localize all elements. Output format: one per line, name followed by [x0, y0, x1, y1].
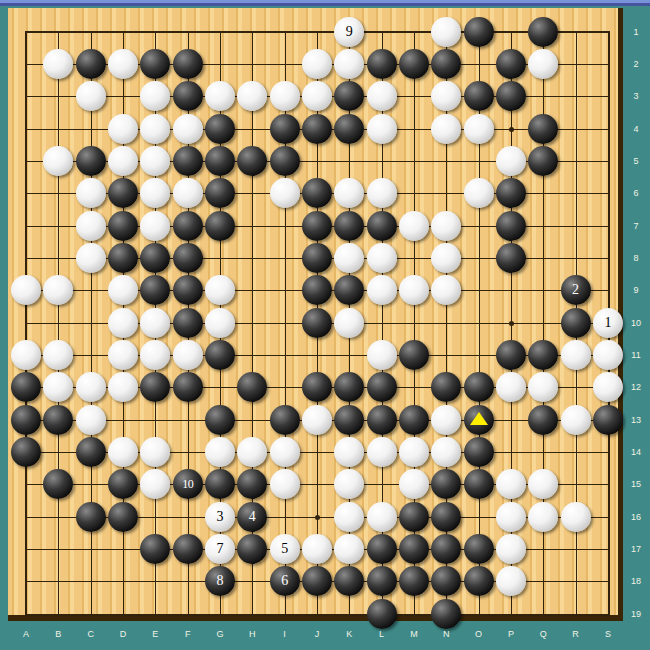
move-number-label: 6: [281, 574, 288, 588]
stone-J6[interactable]: [302, 178, 332, 208]
stone-S12[interactable]: [593, 372, 623, 402]
row-label-15: 15: [628, 480, 644, 489]
stone-P6[interactable]: [496, 178, 526, 208]
stone-R13[interactable]: [561, 405, 591, 435]
stone-P11[interactable]: [496, 340, 526, 370]
stone-J4[interactable]: [302, 114, 332, 144]
stone-M7[interactable]: [399, 211, 429, 241]
col-label-F: F: [182, 630, 194, 639]
stone-N17[interactable]: [431, 534, 461, 564]
go-board[interactable]: 92110347586: [8, 8, 623, 621]
row-label-16: 16: [628, 513, 644, 522]
stone-D8[interactable]: [108, 243, 138, 273]
stone-F6[interactable]: [173, 178, 203, 208]
stone-G14[interactable]: [205, 437, 235, 467]
stone-F7[interactable]: [173, 211, 203, 241]
stone-L13[interactable]: [367, 405, 397, 435]
move-number-label: 5: [281, 542, 288, 556]
row-label-1: 1: [628, 28, 644, 37]
stone-N15[interactable]: [431, 469, 461, 499]
grid-vline: [58, 32, 59, 615]
stone-E8[interactable]: [140, 243, 170, 273]
triangle-marker-icon: [470, 412, 488, 425]
stone-O4[interactable]: [464, 114, 494, 144]
stone-M15[interactable]: [399, 469, 429, 499]
stone-M11[interactable]: [399, 340, 429, 370]
stone-L12[interactable]: [367, 372, 397, 402]
stone-N13[interactable]: [431, 405, 461, 435]
stone-O14[interactable]: [464, 437, 494, 467]
stone-Q4[interactable]: [528, 114, 558, 144]
stone-H5[interactable]: [237, 146, 267, 176]
stone-R16[interactable]: [561, 502, 591, 532]
col-label-H: H: [246, 630, 258, 639]
stone-F15[interactable]: 10: [173, 469, 203, 499]
col-label-M: M: [408, 630, 420, 639]
stone-O3[interactable]: [464, 81, 494, 111]
stone-K13[interactable]: [334, 405, 364, 435]
stone-D11[interactable]: [108, 340, 138, 370]
stone-P8[interactable]: [496, 243, 526, 273]
stone-B11[interactable]: [43, 340, 73, 370]
stone-I13[interactable]: [270, 405, 300, 435]
stone-L4[interactable]: [367, 114, 397, 144]
stone-A11[interactable]: [11, 340, 41, 370]
stone-D10[interactable]: [108, 308, 138, 338]
stone-B5[interactable]: [43, 146, 73, 176]
stone-N3[interactable]: [431, 81, 461, 111]
col-label-K: K: [343, 630, 355, 639]
move-number-label: 1: [604, 316, 611, 330]
stone-O6[interactable]: [464, 178, 494, 208]
stone-P16[interactable]: [496, 502, 526, 532]
stone-A12[interactable]: [11, 372, 41, 402]
stone-D5[interactable]: [108, 146, 138, 176]
move-number-label: 3: [216, 510, 223, 524]
stone-G11[interactable]: [205, 340, 235, 370]
stone-L14[interactable]: [367, 437, 397, 467]
stone-K10[interactable]: [334, 308, 364, 338]
row-label-18: 18: [628, 577, 644, 586]
stone-G4[interactable]: [205, 114, 235, 144]
stone-F10[interactable]: [173, 308, 203, 338]
stone-I14[interactable]: [270, 437, 300, 467]
stone-L7[interactable]: [367, 211, 397, 241]
col-label-G: G: [214, 630, 226, 639]
star-point: [509, 321, 514, 326]
stone-C14[interactable]: [76, 437, 106, 467]
stone-C13[interactable]: [76, 405, 106, 435]
stone-C2[interactable]: [76, 49, 106, 79]
stone-N8[interactable]: [431, 243, 461, 273]
stone-B9[interactable]: [43, 275, 73, 305]
col-label-D: D: [117, 630, 129, 639]
stone-A13[interactable]: [11, 405, 41, 435]
row-label-2: 2: [628, 60, 644, 69]
stone-J7[interactable]: [302, 211, 332, 241]
row-label-17: 17: [628, 545, 644, 554]
stone-P17[interactable]: [496, 534, 526, 564]
col-label-J: J: [311, 630, 323, 639]
stone-J9[interactable]: [302, 275, 332, 305]
stone-Q15[interactable]: [528, 469, 558, 499]
stone-D7[interactable]: [108, 211, 138, 241]
stone-N14[interactable]: [431, 437, 461, 467]
stone-L9[interactable]: [367, 275, 397, 305]
stone-I4[interactable]: [270, 114, 300, 144]
stone-K8[interactable]: [334, 243, 364, 273]
stone-E3[interactable]: [140, 81, 170, 111]
stone-C7[interactable]: [76, 211, 106, 241]
stone-K17[interactable]: [334, 534, 364, 564]
move-number-label: 2: [572, 283, 579, 297]
stone-G10[interactable]: [205, 308, 235, 338]
stone-K7[interactable]: [334, 211, 364, 241]
stone-K3[interactable]: [334, 81, 364, 111]
stone-J10[interactable]: [302, 308, 332, 338]
stone-E4[interactable]: [140, 114, 170, 144]
stone-D12[interactable]: [108, 372, 138, 402]
stone-H3[interactable]: [237, 81, 267, 111]
stone-N16[interactable]: [431, 502, 461, 532]
stone-P3[interactable]: [496, 81, 526, 111]
stone-F8[interactable]: [173, 243, 203, 273]
stone-E10[interactable]: [140, 308, 170, 338]
stone-G13[interactable]: [205, 405, 235, 435]
stone-K16[interactable]: [334, 502, 364, 532]
stone-E2[interactable]: [140, 49, 170, 79]
move-number-label: 9: [346, 25, 353, 39]
stone-F2[interactable]: [173, 49, 203, 79]
stone-G3[interactable]: [205, 81, 235, 111]
stone-K12[interactable]: [334, 372, 364, 402]
col-label-B: B: [52, 630, 64, 639]
stone-M13[interactable]: [399, 405, 429, 435]
stone-G17[interactable]: 7: [205, 534, 235, 564]
grid-border-top: [25, 31, 610, 33]
row-label-19: 19: [628, 610, 644, 619]
stone-A14[interactable]: [11, 437, 41, 467]
stone-K6[interactable]: [334, 178, 364, 208]
stone-B15[interactable]: [43, 469, 73, 499]
stone-G16[interactable]: 3: [205, 502, 235, 532]
stone-C6[interactable]: [76, 178, 106, 208]
row-label-8: 8: [628, 254, 644, 263]
stone-N18[interactable]: [431, 566, 461, 596]
stone-F17[interactable]: [173, 534, 203, 564]
stone-P18[interactable]: [496, 566, 526, 596]
stone-D15[interactable]: [108, 469, 138, 499]
stone-G15[interactable]: [205, 469, 235, 499]
window-top-strip-shade: [0, 3, 650, 6]
stone-N12[interactable]: [431, 372, 461, 402]
stone-I15[interactable]: [270, 469, 300, 499]
star-point: [509, 127, 514, 132]
stone-F3[interactable]: [173, 81, 203, 111]
stone-Q2[interactable]: [528, 49, 558, 79]
stone-C8[interactable]: [76, 243, 106, 273]
row-label-6: 6: [628, 189, 644, 198]
stone-P15[interactable]: [496, 469, 526, 499]
stone-P5[interactable]: [496, 146, 526, 176]
stone-R11[interactable]: [561, 340, 591, 370]
stone-J2[interactable]: [302, 49, 332, 79]
stone-K2[interactable]: [334, 49, 364, 79]
stone-F11[interactable]: [173, 340, 203, 370]
stone-Q13[interactable]: [528, 405, 558, 435]
stone-P2[interactable]: [496, 49, 526, 79]
stone-J13[interactable]: [302, 405, 332, 435]
stone-E7[interactable]: [140, 211, 170, 241]
col-label-S: S: [602, 630, 614, 639]
stone-F4[interactable]: [173, 114, 203, 144]
stone-Q1[interactable]: [528, 17, 558, 47]
row-label-4: 4: [628, 125, 644, 134]
move-number-label: 4: [249, 510, 256, 524]
stone-B13[interactable]: [43, 405, 73, 435]
stone-O15[interactable]: [464, 469, 494, 499]
stone-N4[interactable]: [431, 114, 461, 144]
stone-K9[interactable]: [334, 275, 364, 305]
stone-L16[interactable]: [367, 502, 397, 532]
stone-C3[interactable]: [76, 81, 106, 111]
row-label-13: 13: [628, 416, 644, 425]
row-label-7: 7: [628, 222, 644, 231]
stone-H17[interactable]: [237, 534, 267, 564]
stone-I18[interactable]: 6: [270, 566, 300, 596]
stone-G18[interactable]: 8: [205, 566, 235, 596]
go-app-window: 92110347586 ABCDEFGHIJKLMNOPQRS123456789…: [0, 0, 650, 650]
stone-O17[interactable]: [464, 534, 494, 564]
stone-F12[interactable]: [173, 372, 203, 402]
stone-O18[interactable]: [464, 566, 494, 596]
row-label-9: 9: [628, 286, 644, 295]
col-label-C: C: [85, 630, 97, 639]
stone-D6[interactable]: [108, 178, 138, 208]
stone-L8[interactable]: [367, 243, 397, 273]
stone-K18[interactable]: [334, 566, 364, 596]
stone-G6[interactable]: [205, 178, 235, 208]
stone-Q5[interactable]: [528, 146, 558, 176]
stone-C12[interactable]: [76, 372, 106, 402]
move-number-label: 8: [216, 574, 223, 588]
stone-E15[interactable]: [140, 469, 170, 499]
move-number-label: 10: [182, 477, 193, 491]
stone-M18[interactable]: [399, 566, 429, 596]
stone-R9[interactable]: 2: [561, 275, 591, 305]
stone-E5[interactable]: [140, 146, 170, 176]
stone-H14[interactable]: [237, 437, 267, 467]
stone-L2[interactable]: [367, 49, 397, 79]
stone-N19[interactable]: [431, 599, 461, 629]
stone-E17[interactable]: [140, 534, 170, 564]
stone-K14[interactable]: [334, 437, 364, 467]
grid-border-left: [25, 31, 27, 616]
stone-N9[interactable]: [431, 275, 461, 305]
stone-E11[interactable]: [140, 340, 170, 370]
stone-M14[interactable]: [399, 437, 429, 467]
stone-L18[interactable]: [367, 566, 397, 596]
stone-N7[interactable]: [431, 211, 461, 241]
row-label-14: 14: [628, 448, 644, 457]
stone-F9[interactable]: [173, 275, 203, 305]
stone-D14[interactable]: [108, 437, 138, 467]
stone-C5[interactable]: [76, 146, 106, 176]
stone-E14[interactable]: [140, 437, 170, 467]
stone-S10[interactable]: 1: [593, 308, 623, 338]
stone-R10[interactable]: [561, 308, 591, 338]
col-label-R: R: [570, 630, 582, 639]
col-label-N: N: [440, 630, 452, 639]
col-label-L: L: [376, 630, 388, 639]
row-label-10: 10: [628, 319, 644, 328]
stone-E9[interactable]: [140, 275, 170, 305]
stone-A9[interactable]: [11, 275, 41, 305]
stone-B2[interactable]: [43, 49, 73, 79]
stone-E6[interactable]: [140, 178, 170, 208]
stone-M17[interactable]: [399, 534, 429, 564]
stone-D9[interactable]: [108, 275, 138, 305]
stone-S13[interactable]: [593, 405, 623, 435]
stone-D16[interactable]: [108, 502, 138, 532]
stone-G9[interactable]: [205, 275, 235, 305]
stone-I6[interactable]: [270, 178, 300, 208]
stone-D4[interactable]: [108, 114, 138, 144]
col-label-E: E: [149, 630, 161, 639]
stone-C16[interactable]: [76, 502, 106, 532]
stone-N2[interactable]: [431, 49, 461, 79]
stone-J17[interactable]: [302, 534, 332, 564]
row-label-5: 5: [628, 157, 644, 166]
stone-P12[interactable]: [496, 372, 526, 402]
stone-E12[interactable]: [140, 372, 170, 402]
stone-D2[interactable]: [108, 49, 138, 79]
row-label-11: 11: [628, 351, 644, 360]
row-label-3: 3: [628, 92, 644, 101]
stone-N1[interactable]: [431, 17, 461, 47]
stone-I5[interactable]: [270, 146, 300, 176]
stone-B12[interactable]: [43, 372, 73, 402]
stone-Q11[interactable]: [528, 340, 558, 370]
stone-L6[interactable]: [367, 178, 397, 208]
stone-M16[interactable]: [399, 502, 429, 532]
stone-J3[interactable]: [302, 81, 332, 111]
stone-L3[interactable]: [367, 81, 397, 111]
move-number-label: 7: [216, 542, 223, 556]
stone-J18[interactable]: [302, 566, 332, 596]
stone-J8[interactable]: [302, 243, 332, 273]
stone-K4[interactable]: [334, 114, 364, 144]
stone-K15[interactable]: [334, 469, 364, 499]
stone-K1[interactable]: 9: [334, 17, 364, 47]
stone-M9[interactable]: [399, 275, 429, 305]
stone-I3[interactable]: [270, 81, 300, 111]
grid-border-bottom: [25, 614, 610, 616]
stone-L17[interactable]: [367, 534, 397, 564]
stone-Q12[interactable]: [528, 372, 558, 402]
stone-J12[interactable]: [302, 372, 332, 402]
stone-O12[interactable]: [464, 372, 494, 402]
stone-H15[interactable]: [237, 469, 267, 499]
star-point: [315, 515, 320, 520]
row-label-12: 12: [628, 383, 644, 392]
stone-G7[interactable]: [205, 211, 235, 241]
stone-M2[interactable]: [399, 49, 429, 79]
stone-H16[interactable]: 4: [237, 502, 267, 532]
stone-H12[interactable]: [237, 372, 267, 402]
col-label-P: P: [505, 630, 517, 639]
stone-P7[interactable]: [496, 211, 526, 241]
stone-S11[interactable]: [593, 340, 623, 370]
col-label-A: A: [20, 630, 32, 639]
col-label-Q: Q: [537, 630, 549, 639]
col-label-I: I: [279, 630, 291, 639]
stone-F5[interactable]: [173, 146, 203, 176]
stone-G5[interactable]: [205, 146, 235, 176]
stone-L19[interactable]: [367, 599, 397, 629]
stone-L11[interactable]: [367, 340, 397, 370]
stone-O1[interactable]: [464, 17, 494, 47]
stone-Q16[interactable]: [528, 502, 558, 532]
stone-I17[interactable]: 5: [270, 534, 300, 564]
col-label-O: O: [473, 630, 485, 639]
